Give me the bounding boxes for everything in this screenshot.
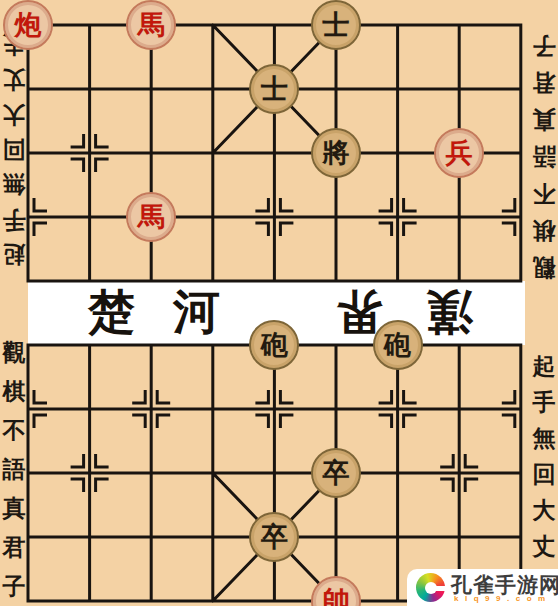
proverb-char: 子 <box>0 567 28 606</box>
proverb-char: 丈 <box>0 62 28 97</box>
piece-black-砲[interactable]: 砲 <box>373 320 423 370</box>
proverb-char: 大 <box>0 97 28 132</box>
proverb-char: 棋 <box>530 212 558 249</box>
proverb-right-bottom: 起手無回大丈夫 <box>530 349 558 601</box>
proverb-char: 手 <box>0 202 28 237</box>
proverb-char: 不 <box>530 175 558 212</box>
proverb-char: 丈 <box>530 529 558 565</box>
proverb-char: 無 <box>530 421 558 457</box>
piece-black-卒[interactable]: 卒 <box>311 448 361 498</box>
proverb-char: 語 <box>530 138 558 175</box>
proverb-char: 真 <box>0 489 28 528</box>
proverb-char: 起 <box>0 237 28 272</box>
proverb-char: 起 <box>530 349 558 385</box>
proverb-char: 子 <box>530 27 558 64</box>
proverb-char: 不 <box>0 411 28 450</box>
proverb-left-top: 起手無回大丈夫 <box>0 27 28 272</box>
piece-red-馬[interactable]: 馬 <box>126 0 176 50</box>
proverb-left-bottom: 觀棋不語真君子 <box>0 333 28 606</box>
proverb-char: 棋 <box>0 372 28 411</box>
proverb-char: 回 <box>0 132 28 167</box>
piece-black-將[interactable]: 將 <box>311 128 361 178</box>
proverb-char: 手 <box>530 385 558 421</box>
proverb-char: 君 <box>530 64 558 101</box>
proverb-right-top: 觀棋不語真君子 <box>530 27 558 286</box>
proverb-char: 無 <box>0 167 28 202</box>
piece-red-兵[interactable]: 兵 <box>434 128 484 178</box>
xiangqi-game-screenshot: 楚河 漢界 起手無回大丈夫 觀棋不語真君子 觀棋不語真君子 起手無回大丈夫 炮馬… <box>0 0 558 606</box>
proverb-char: 回 <box>530 457 558 493</box>
watermark-site-url: klq99.com <box>454 594 552 603</box>
proverb-char: 語 <box>0 450 28 489</box>
peacock-logo-icon <box>416 573 445 602</box>
piece-red-炮[interactable]: 炮 <box>3 0 53 50</box>
piece-black-士[interactable]: 士 <box>311 0 361 50</box>
river-label-chu-he: 楚河 <box>88 286 222 338</box>
proverb-char: 觀 <box>0 333 28 372</box>
site-watermark: 孔雀手游网 klq99.com <box>407 569 558 606</box>
proverb-char: 觀 <box>530 249 558 286</box>
proverb-char: 大 <box>530 493 558 529</box>
proverb-char: 真 <box>530 101 558 138</box>
piece-red-馬[interactable]: 馬 <box>126 192 176 242</box>
proverb-char: 君 <box>0 528 28 567</box>
